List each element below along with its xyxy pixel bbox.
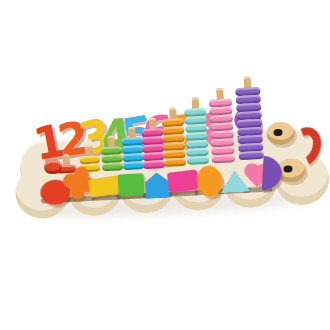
- stacking-ring: [187, 156, 209, 165]
- ring-stack-6: [161, 107, 186, 167]
- ring-stack-2: [79, 144, 100, 172]
- stacking-ring: [80, 163, 100, 172]
- stacking-ring: [164, 158, 186, 167]
- shape-piece-rectangle: [167, 169, 199, 193]
- red-ring-piece: [44, 159, 63, 174]
- stacking-ring: [238, 151, 263, 160]
- ring-stack-9: [234, 76, 263, 160]
- stacking-ring: [143, 160, 165, 169]
- counting-toy-scene: 123456789: [4, 80, 325, 246]
- ring-stack-3: [100, 135, 123, 171]
- ring-stack-7: [184, 97, 209, 165]
- ring-stack-8: [208, 87, 235, 163]
- product-photo-canvas: 123456789: [0, 0, 330, 330]
- ring-stack-4: [121, 126, 144, 170]
- stacking-ring: [122, 161, 143, 170]
- shape-piece-square: [118, 173, 145, 196]
- stacking-ring: [101, 162, 122, 171]
- stacking-ring: [211, 154, 234, 163]
